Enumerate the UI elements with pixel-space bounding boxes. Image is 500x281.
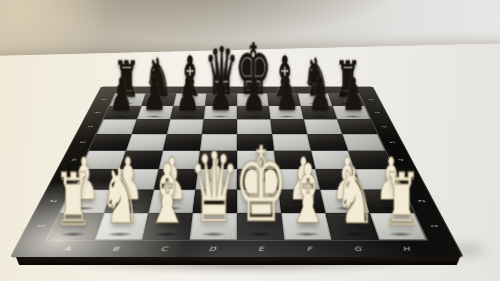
square-b7[interactable]: ♟: [137, 106, 174, 119]
chess-set-photo: ♜♞♝♛♚♝♞♜♟♟♟♟♟♟♟♟♟♟♟♟♟♟♟♟♜♞♝♛♚♝♞♜ ABCDEFG…: [0, 0, 500, 281]
rank-label-right-7: 7: [359, 110, 394, 116]
white-king-e1[interactable]: ♚: [233, 132, 288, 235]
white-knight-g1[interactable]: ♞: [334, 158, 375, 236]
board-squares-grid: ♜♞♝♛♚♝♞♜♟♟♟♟♟♟♟♟♟♟♟♟♟♟♟♟♜♞♝♛♚♝♞♜: [48, 94, 427, 240]
white-rook-h1[interactable]: ♜: [382, 163, 421, 236]
file-label-b: B: [91, 246, 141, 252]
file-label-e: E: [237, 246, 286, 252]
file-label-h: H: [381, 246, 432, 252]
square-c7[interactable]: ♟: [170, 106, 205, 119]
square-g7[interactable]: ♟: [301, 106, 338, 119]
black-pawn-g7[interactable]: ♟: [308, 73, 331, 117]
file-labels-bottom: ABCDEFGH: [40, 242, 434, 256]
white-bishop-f1[interactable]: ♝: [286, 154, 329, 236]
black-pawn-c7[interactable]: ♟: [176, 73, 199, 117]
square-b1[interactable]: ♞: [95, 213, 149, 240]
rank-label-right-8: 8: [354, 97, 388, 102]
rank-label-left-6: 6: [71, 123, 108, 129]
square-a1[interactable]: ♜: [48, 213, 105, 240]
square-d1[interactable]: ♛: [190, 213, 237, 240]
square-h1[interactable]: ♜: [370, 213, 427, 240]
square-e1[interactable]: ♚: [237, 213, 284, 240]
rank-label-left-8: 8: [86, 97, 120, 102]
square-e7[interactable]: ♟: [237, 106, 270, 119]
black-pawn-b7[interactable]: ♟: [142, 73, 165, 117]
square-g6[interactable]: [304, 119, 343, 134]
rank-label-right-6: 6: [366, 123, 403, 129]
file-label-d: D: [188, 246, 237, 252]
square-b6[interactable]: [132, 119, 171, 134]
black-pawn-e7[interactable]: ♟: [242, 73, 265, 117]
file-label-c: C: [139, 246, 189, 252]
square-c1[interactable]: ♝: [142, 213, 192, 240]
black-pawn-f7[interactable]: ♟: [275, 73, 298, 117]
white-bishop-c1[interactable]: ♝: [145, 154, 188, 236]
rank-label-left-7: 7: [79, 110, 114, 116]
file-label-g: G: [333, 246, 383, 252]
square-f1[interactable]: ♝: [281, 213, 331, 240]
file-label-a: A: [42, 246, 93, 252]
white-knight-b1[interactable]: ♞: [99, 158, 140, 236]
file-label-f: F: [285, 246, 335, 252]
white-queen-d1[interactable]: ♛: [188, 139, 239, 236]
square-d7[interactable]: ♟: [204, 106, 237, 119]
white-rook-a1[interactable]: ♜: [54, 163, 93, 236]
square-f7[interactable]: ♟: [269, 106, 304, 119]
black-pawn-d7[interactable]: ♟: [209, 73, 232, 117]
square-g1[interactable]: ♞: [326, 213, 380, 240]
